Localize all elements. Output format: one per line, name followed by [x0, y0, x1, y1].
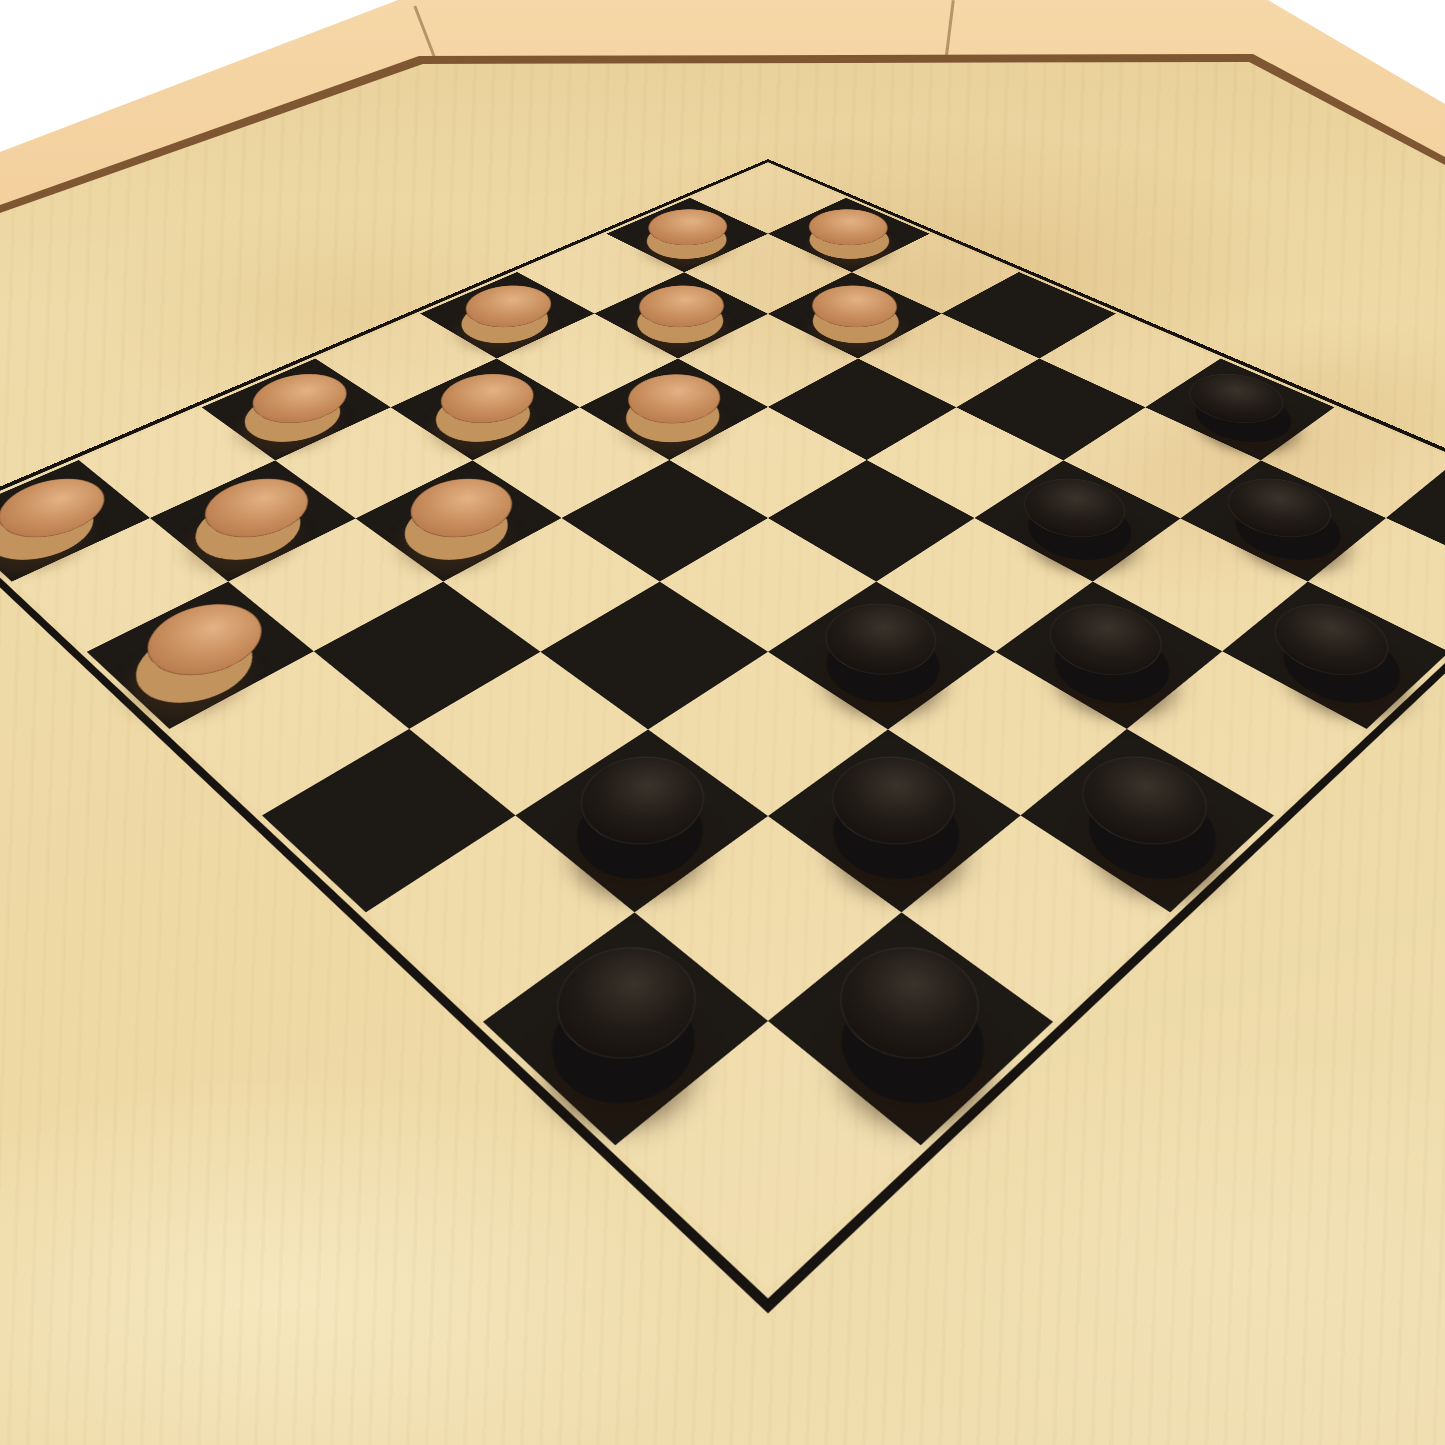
- photo-frame: [0, 0, 1445, 1445]
